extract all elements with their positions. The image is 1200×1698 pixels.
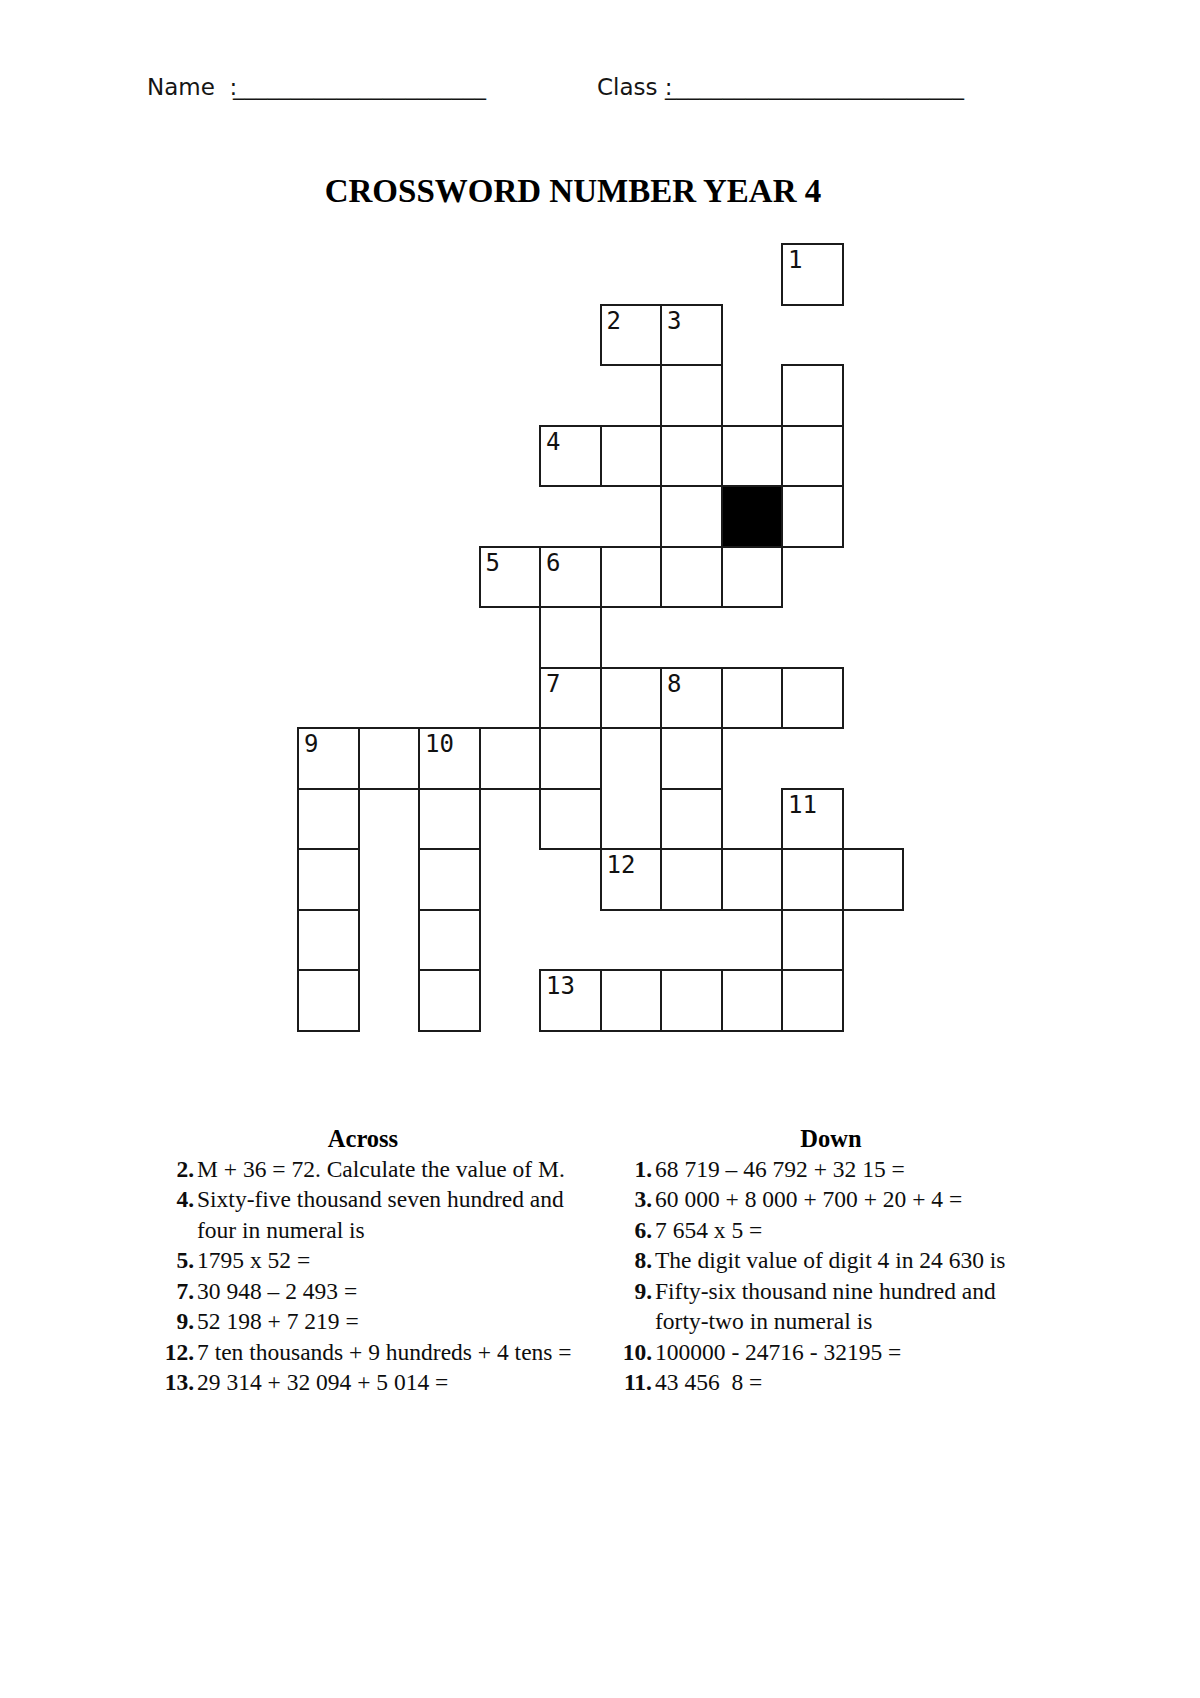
- grid-cell-r4c8[interactable]: [781, 485, 844, 548]
- grid-cell-r10c9[interactable]: [842, 848, 905, 911]
- grid-cell-r10c7[interactable]: [721, 848, 784, 911]
- cell-number: 5: [486, 550, 500, 576]
- grid-cell-r8c3[interactable]: [479, 727, 542, 790]
- clue-text: 29 314 + 32 094 + 5 014 =: [197, 1367, 448, 1397]
- grid-cell-r8c1[interactable]: [358, 727, 421, 790]
- clue-number: 4.: [130, 1184, 194, 1214]
- down-clue-line: 6.7 654 x 5 =: [570, 1215, 1092, 1245]
- clue-number: 1.: [570, 1154, 652, 1184]
- across-clue-line: 5.1795 x 52 =: [130, 1245, 596, 1275]
- down-clue-line: 11.43 456 8 =: [570, 1367, 1092, 1397]
- clue-text: Fifty-six thousand nine hundred and: [655, 1276, 996, 1306]
- across-clue-line: 2.M + 36 = 72. Calculate the value of M.: [130, 1154, 596, 1184]
- clue-number: 8.: [570, 1245, 652, 1275]
- across-clue-line: 4.Sixty-five thousand seven hundred and: [130, 1184, 596, 1214]
- grid-cell-r10c6[interactable]: [660, 848, 723, 911]
- grid-cell-r3c7[interactable]: [721, 425, 784, 488]
- cell-number: 4: [546, 429, 560, 455]
- grid-cell-r4c6[interactable]: [660, 485, 723, 548]
- grid-cell-r11c2[interactable]: [418, 909, 481, 972]
- worksheet-page: { "game": "crossword", "variant": "math …: [0, 0, 1200, 1698]
- grid-cell-r3c4[interactable]: 4: [539, 425, 602, 488]
- grid-cell-r2c8[interactable]: [781, 364, 844, 427]
- cell-number: 1: [788, 247, 802, 273]
- name-label: Name :: [147, 70, 237, 104]
- clue-number: 9.: [570, 1276, 652, 1306]
- clue-number: 7.: [130, 1276, 194, 1306]
- grid-cell-r5c7[interactable]: [721, 546, 784, 609]
- clue-text: Sixty-five thousand seven hundred and: [197, 1184, 564, 1214]
- across-clue-line: 7.30 948 – 2 493 =: [130, 1276, 596, 1306]
- clue-number: [570, 1306, 652, 1336]
- cell-number: 7: [546, 671, 560, 697]
- clue-text: 100000 - 24716 - 32195 =: [655, 1337, 901, 1367]
- clue-text: M + 36 = 72. Calculate the value of M.: [197, 1154, 565, 1184]
- grid-cell-r7c4[interactable]: 7: [539, 667, 602, 730]
- down-clue-line: 8.The digit value of digit 4 in 24 630 i…: [570, 1245, 1092, 1275]
- across-clues-section: Across 2.M + 36 = 72. Calculate the valu…: [130, 1124, 596, 1398]
- name-blank-line[interactable]: ______________________: [233, 70, 486, 104]
- grid-cell-r12c6[interactable]: [660, 969, 723, 1032]
- clue-text: 1795 x 52 =: [197, 1245, 310, 1275]
- clue-number: 13.: [130, 1367, 194, 1397]
- clue-number: 10.: [570, 1337, 652, 1367]
- page-title: CROSSWORD NUMBER YEAR 4: [0, 171, 1146, 211]
- grid-cell-r12c7[interactable]: [721, 969, 784, 1032]
- grid-cell-r11c8[interactable]: [781, 909, 844, 972]
- down-clue-list: 1.68 719 – 46 792 + 32 15 =3.60 000 + 8 …: [570, 1154, 1092, 1398]
- class-label: Class :: [597, 70, 673, 104]
- grid-cell-r12c5[interactable]: [600, 969, 663, 1032]
- clue-number: 11.: [570, 1367, 652, 1397]
- clue-text: 68 719 – 46 792 + 32 15 =: [655, 1154, 905, 1184]
- cell-number: 6: [546, 550, 560, 576]
- clue-text: four in numeral is: [197, 1215, 365, 1245]
- clue-number: 12.: [130, 1337, 194, 1367]
- across-clue-line: four in numeral is: [130, 1215, 596, 1245]
- across-clue-line: 9.52 198 + 7 219 =: [130, 1306, 596, 1336]
- grid-cell-r7c8[interactable]: [781, 667, 844, 730]
- clue-text: 60 000 + 8 000 + 700 + 20 + 4 =: [655, 1184, 962, 1214]
- grid-cell-r12c0[interactable]: [297, 969, 360, 1032]
- grid-cell-r11c0[interactable]: [297, 909, 360, 972]
- grid-cell-r6c4[interactable]: [539, 606, 602, 669]
- clue-text: 43 456 8 =: [655, 1367, 762, 1397]
- class-blank-line[interactable]: __________________________: [665, 70, 964, 104]
- clue-text: 7 654 x 5 =: [655, 1215, 762, 1245]
- across-heading: Across: [130, 1124, 596, 1154]
- grid-cell-r3c5[interactable]: [600, 425, 663, 488]
- grid-cell-r9c6[interactable]: [660, 788, 723, 851]
- clue-number: 3.: [570, 1184, 652, 1214]
- cell-number: 9: [304, 731, 318, 757]
- grid-cell-r7c7[interactable]: [721, 667, 784, 730]
- clue-number: 5.: [130, 1245, 194, 1275]
- grid-cell-r12c8[interactable]: [781, 969, 844, 1032]
- cell-number: 13: [546, 973, 575, 999]
- clue-number: 2.: [130, 1154, 194, 1184]
- grid-cell-r5c5[interactable]: [600, 546, 663, 609]
- down-clue-line: 1.68 719 – 46 792 + 32 15 =: [570, 1154, 1092, 1184]
- down-clue-line: forty-two in numeral is: [570, 1306, 1092, 1336]
- black-cell: [721, 485, 784, 548]
- clue-number: 9.: [130, 1306, 194, 1336]
- clue-text: 30 948 – 2 493 =: [197, 1276, 357, 1306]
- grid-cell-r1c5[interactable]: 2: [600, 304, 663, 367]
- grid-cell-r9c2[interactable]: [418, 788, 481, 851]
- grid-cell-r2c6[interactable]: [660, 364, 723, 427]
- clue-number: [130, 1215, 194, 1245]
- cell-number: 8: [667, 671, 681, 697]
- cell-number: 10: [425, 731, 454, 757]
- grid-cell-r1c6[interactable]: 3: [660, 304, 723, 367]
- across-clue-line: 12.7 ten thousands + 9 hundreds + 4 tens…: [130, 1337, 596, 1367]
- grid-cell-r12c4[interactable]: 13: [539, 969, 602, 1032]
- down-clue-line: 3.60 000 + 8 000 + 700 + 20 + 4 =: [570, 1184, 1092, 1214]
- grid-cell-r8c6[interactable]: [660, 727, 723, 790]
- clue-text: 7 ten thousands + 9 hundreds + 4 tens =: [197, 1337, 572, 1367]
- cell-number: 2: [607, 308, 621, 334]
- grid-cell-r9c0[interactable]: [297, 788, 360, 851]
- grid-cell-r8c4[interactable]: [539, 727, 602, 790]
- grid-cell-r7c5[interactable]: [600, 667, 663, 730]
- down-clue-line: 9.Fifty-six thousand nine hundred and: [570, 1276, 1092, 1306]
- grid-cell-r8c0[interactable]: 9: [297, 727, 360, 790]
- cell-number: 3: [667, 308, 681, 334]
- crossword-grid: 12345678910111213: [297, 243, 904, 1032]
- grid-cell-r9c8[interactable]: 11: [781, 788, 844, 851]
- grid-cell-r0c8[interactable]: 1: [781, 243, 844, 306]
- grid-cell-r5c6[interactable]: [660, 546, 723, 609]
- down-heading: Down: [570, 1124, 1092, 1154]
- grid-cell-r12c2[interactable]: [418, 969, 481, 1032]
- clue-text: forty-two in numeral is: [655, 1306, 872, 1336]
- grid-cell-r7c6[interactable]: 8: [660, 667, 723, 730]
- clue-text: 52 198 + 7 219 =: [197, 1306, 359, 1336]
- clue-text: The digit value of digit 4 in 24 630 is: [655, 1245, 1006, 1275]
- cell-number: 12: [607, 852, 636, 878]
- across-clue-list: 2.M + 36 = 72. Calculate the value of M.…: [130, 1154, 596, 1398]
- down-clues-section: Down 1.68 719 – 46 792 + 32 15 =3.60 000…: [570, 1124, 1092, 1398]
- grid-cell-r3c6[interactable]: [660, 425, 723, 488]
- grid-cell-r5c4[interactable]: 6: [539, 546, 602, 609]
- grid-cell-r3c8[interactable]: [781, 425, 844, 488]
- down-clue-line: 10.100000 - 24716 - 32195 =: [570, 1337, 1092, 1367]
- grid-cell-r8c2[interactable]: 10: [418, 727, 481, 790]
- across-clue-line: 13.29 314 + 32 094 + 5 014 =: [130, 1367, 596, 1397]
- cell-number: 11: [788, 792, 817, 818]
- grid-cell-r10c0[interactable]: [297, 848, 360, 911]
- grid-cell-r10c8[interactable]: [781, 848, 844, 911]
- grid-cell-r10c5[interactable]: 12: [600, 848, 663, 911]
- clue-number: 6.: [570, 1215, 652, 1245]
- grid-cell-r10c2[interactable]: [418, 848, 481, 911]
- grid-cell-r5c3[interactable]: 5: [479, 546, 542, 609]
- grid-cell-r9c4[interactable]: [539, 788, 602, 851]
